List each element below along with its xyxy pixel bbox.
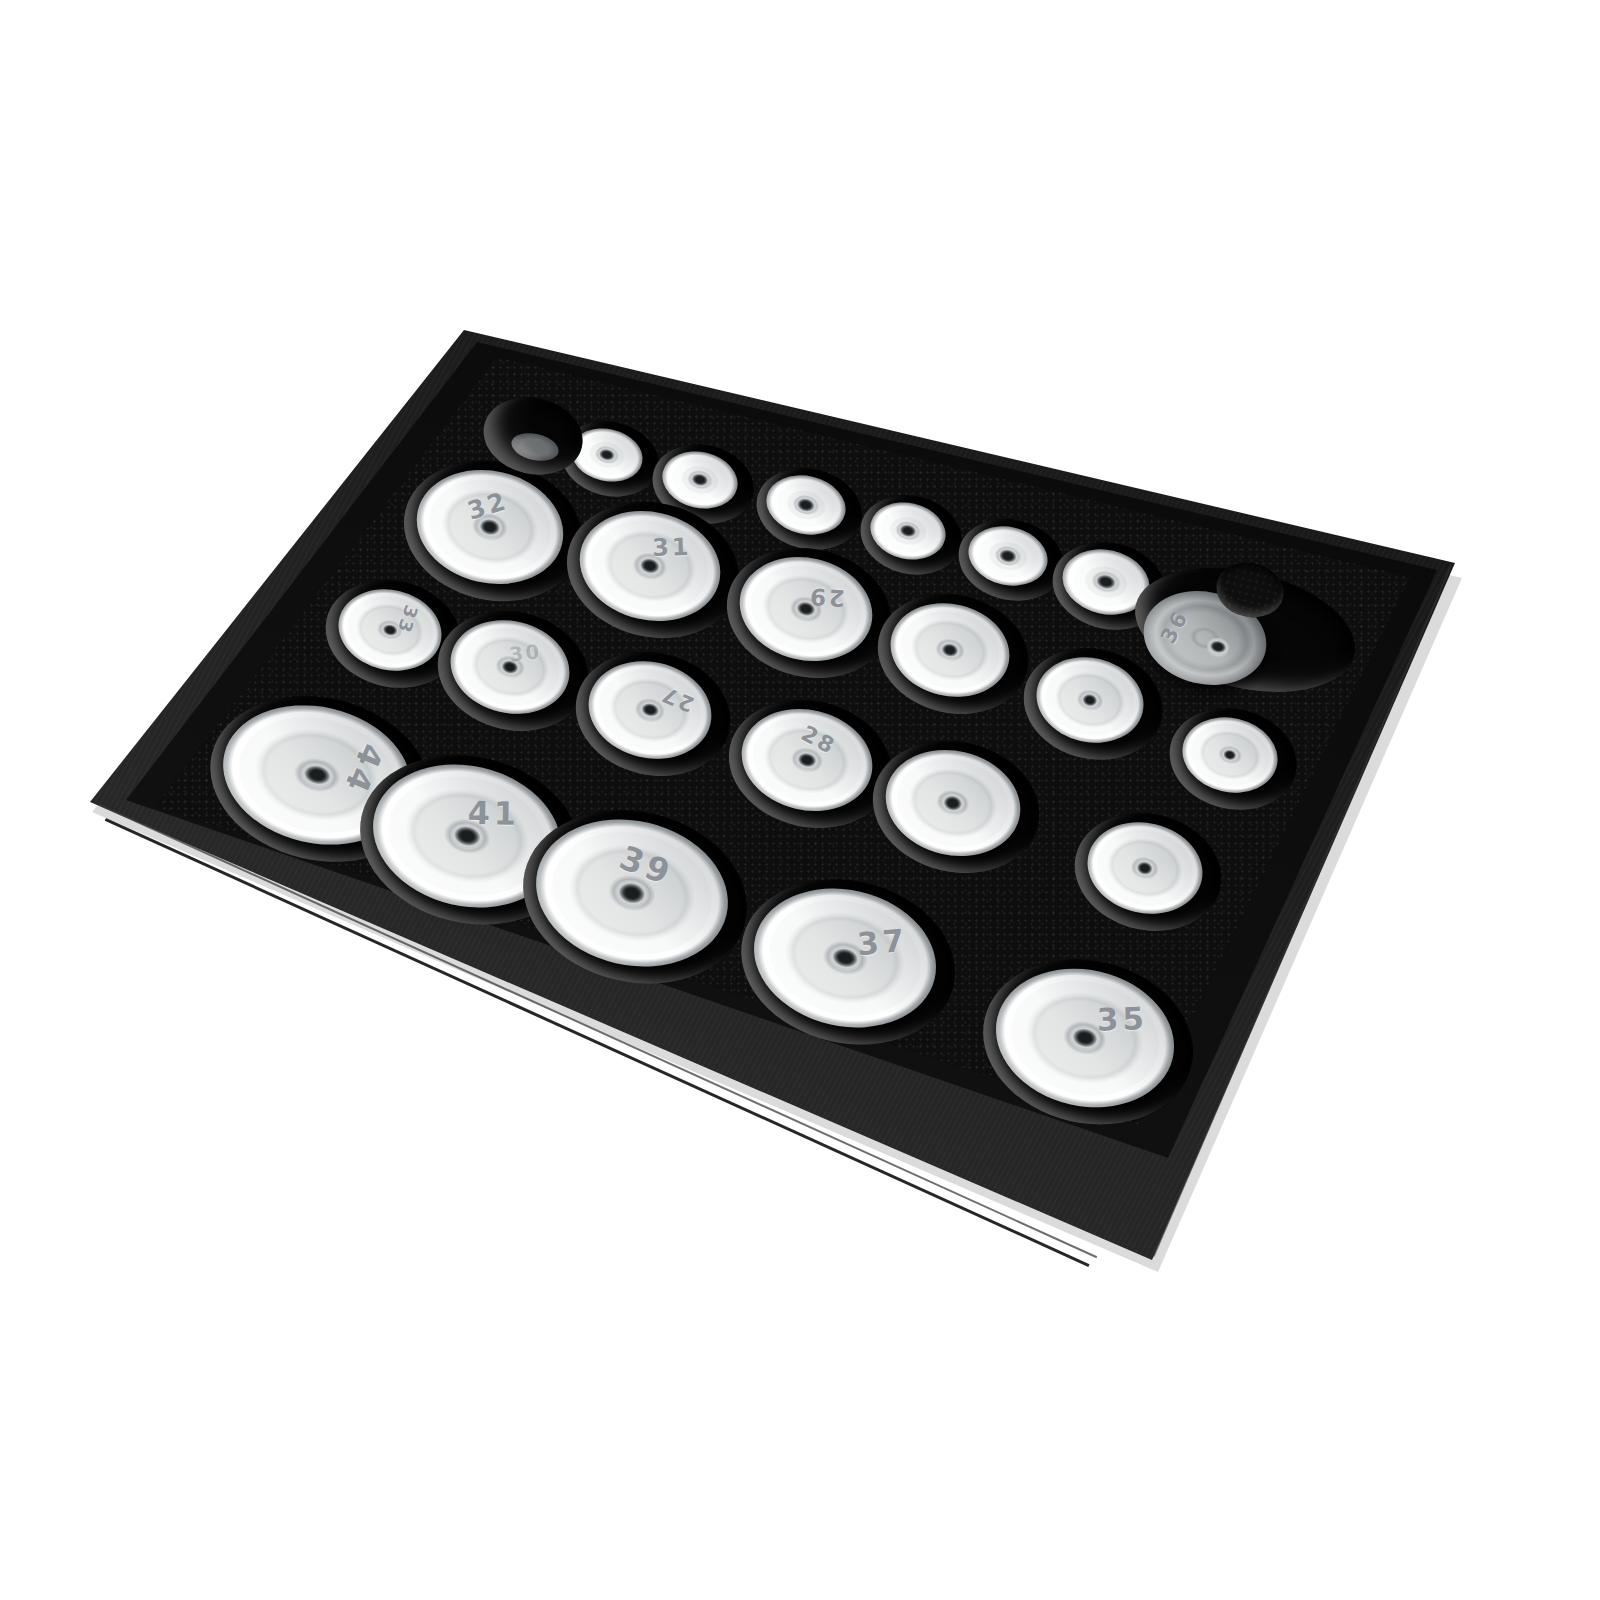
die-threaded-hole	[997, 547, 1019, 565]
die-size-label: 41	[467, 794, 520, 833]
die-size-label: 33	[393, 603, 422, 637]
die-threaded-hole	[597, 447, 617, 463]
die-threaded-hole	[795, 496, 817, 514]
product-photo: 32312933302728444139373536	[0, 0, 1600, 1600]
die-size-label: 30	[508, 639, 543, 667]
die-size-label: 37	[856, 922, 910, 962]
die-threaded-hole	[898, 522, 919, 539]
die-size-label: 29	[807, 583, 846, 611]
die-size-label: 35	[1096, 1000, 1148, 1038]
die-size-label: 31	[652, 533, 692, 562]
die-threaded-hole	[690, 471, 711, 488]
dies-layer: 32312933302728444139373536	[0, 0, 1600, 1600]
die-threaded-hole	[1094, 572, 1118, 592]
